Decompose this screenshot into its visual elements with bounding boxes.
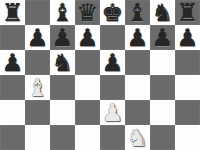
square-h3[interactable] — [175, 125, 200, 150]
piece-white-bishop[interactable]: ♝ — [25, 75, 50, 100]
square-f8[interactable]: ♝ — [125, 0, 150, 25]
piece-black-pawn[interactable]: ♟ — [150, 25, 175, 50]
square-g7[interactable]: ♟ — [150, 25, 175, 50]
square-g4[interactable] — [150, 100, 175, 125]
piece-black-pawn[interactable]: ♟ — [175, 25, 200, 50]
square-h8[interactable]: ♜ — [175, 0, 200, 25]
square-a6[interactable]: ♟ — [0, 50, 25, 75]
square-f4[interactable] — [125, 100, 150, 125]
square-b7[interactable]: ♟ — [25, 25, 50, 50]
square-c8[interactable]: ♝ — [50, 0, 75, 25]
square-e4[interactable]: ♟ — [100, 100, 125, 125]
piece-black-pawn[interactable]: ♟ — [75, 25, 100, 50]
piece-black-pawn[interactable]: ♟ — [0, 50, 25, 75]
square-c4[interactable] — [50, 100, 75, 125]
square-g8[interactable]: ♞ — [150, 0, 175, 25]
square-a4[interactable] — [0, 100, 25, 125]
square-c7[interactable]: ♟ — [50, 25, 75, 50]
piece-black-queen[interactable]: ♛ — [75, 0, 100, 25]
square-f6[interactable] — [125, 50, 150, 75]
square-e6[interactable]: ♟ — [100, 50, 125, 75]
piece-black-bishop[interactable]: ♝ — [125, 0, 150, 25]
piece-black-pawn[interactable]: ♟ — [125, 25, 150, 50]
square-a3[interactable] — [0, 125, 25, 150]
square-f7[interactable]: ♟ — [125, 25, 150, 50]
square-a5[interactable] — [0, 75, 25, 100]
square-h5[interactable] — [175, 75, 200, 100]
square-a7[interactable] — [0, 25, 25, 50]
piece-black-pawn[interactable]: ♟ — [25, 25, 50, 50]
square-d8[interactable]: ♛ — [75, 0, 100, 25]
square-g5[interactable] — [150, 75, 175, 100]
piece-black-pawn[interactable]: ♟ — [50, 25, 75, 50]
square-h4[interactable] — [175, 100, 200, 125]
piece-black-rook[interactable]: ♜ — [175, 0, 200, 25]
square-g6[interactable] — [150, 50, 175, 75]
piece-black-rook[interactable]: ♜ — [0, 0, 25, 25]
square-d7[interactable]: ♟ — [75, 25, 100, 50]
square-d4[interactable] — [75, 100, 100, 125]
square-e8[interactable]: ♚ — [100, 0, 125, 25]
piece-black-bishop[interactable]: ♝ — [50, 0, 75, 25]
piece-black-knight[interactable]: ♞ — [150, 0, 175, 25]
piece-black-knight[interactable]: ♞ — [50, 50, 75, 75]
square-a8[interactable]: ♜ — [0, 0, 25, 25]
square-e3[interactable] — [100, 125, 125, 150]
piece-black-king[interactable]: ♚ — [100, 0, 125, 25]
square-b3[interactable] — [25, 125, 50, 150]
square-b8[interactable] — [25, 0, 50, 25]
square-d3[interactable] — [75, 125, 100, 150]
piece-black-pawn[interactable]: ♟ — [100, 50, 125, 75]
square-h6[interactable] — [175, 50, 200, 75]
piece-white-pawn[interactable]: ♟ — [100, 100, 125, 125]
square-c5[interactable] — [50, 75, 75, 100]
square-f5[interactable] — [125, 75, 150, 100]
square-b4[interactable] — [25, 100, 50, 125]
square-b5[interactable]: ♝ — [25, 75, 50, 100]
square-b6[interactable] — [25, 50, 50, 75]
square-c3[interactable] — [50, 125, 75, 150]
square-e5[interactable] — [100, 75, 125, 100]
square-c6[interactable]: ♞ — [50, 50, 75, 75]
square-h7[interactable]: ♟ — [175, 25, 200, 50]
square-e7[interactable] — [100, 25, 125, 50]
square-d6[interactable] — [75, 50, 100, 75]
square-d5[interactable] — [75, 75, 100, 100]
chess-board: ♜♝♛♚♝♞♜♟♟♟♟♟♟♟♞♟♝♟♞ — [0, 0, 200, 150]
piece-white-knight[interactable]: ♞ — [125, 125, 150, 150]
square-f3[interactable]: ♞ — [125, 125, 150, 150]
square-g3[interactable] — [150, 125, 175, 150]
